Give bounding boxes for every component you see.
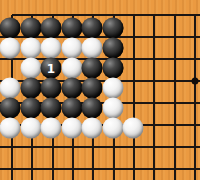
move-number-label: 1: [47, 62, 55, 74]
grid-col-line: [153, 15, 155, 180]
black-stone[interactable]: [82, 98, 103, 119]
white-stone[interactable]: [41, 118, 62, 139]
grid-col-line: [194, 15, 196, 180]
black-stone[interactable]: [82, 58, 103, 79]
black-stone[interactable]: [62, 98, 83, 119]
black-stone[interactable]: [82, 18, 103, 39]
black-stone-move-1[interactable]: 1: [41, 58, 62, 79]
star-point-hoshi: [192, 78, 199, 85]
white-stone[interactable]: [103, 98, 124, 119]
white-stone[interactable]: [62, 118, 83, 139]
black-stone[interactable]: [0, 18, 21, 39]
black-stone[interactable]: [82, 78, 103, 99]
grid-row-line: [0, 146, 200, 148]
white-stone[interactable]: [0, 38, 21, 59]
black-stone[interactable]: [103, 58, 124, 79]
black-stone[interactable]: [21, 18, 42, 39]
grid-col-line: [133, 15, 135, 180]
white-stone[interactable]: [103, 118, 124, 139]
white-stone[interactable]: [82, 38, 103, 59]
go-app-screenshot: 1: [0, 0, 200, 180]
white-stone[interactable]: [123, 118, 144, 139]
white-stone[interactable]: [21, 38, 42, 59]
black-stone[interactable]: [0, 98, 21, 119]
black-stone[interactable]: [21, 78, 42, 99]
white-stone[interactable]: [82, 118, 103, 139]
grid-row-line: [0, 168, 200, 170]
white-stone[interactable]: [41, 38, 62, 59]
black-stone[interactable]: [41, 98, 62, 119]
black-stone[interactable]: [103, 38, 124, 59]
black-stone[interactable]: [103, 18, 124, 39]
white-stone[interactable]: [103, 78, 124, 99]
white-stone[interactable]: [0, 118, 21, 139]
go-board[interactable]: 1: [0, 0, 200, 180]
grid-col-line: [174, 15, 176, 180]
white-stone[interactable]: [0, 78, 21, 99]
black-stone[interactable]: [21, 98, 42, 119]
white-stone[interactable]: [21, 118, 42, 139]
black-stone[interactable]: [41, 18, 62, 39]
black-stone[interactable]: [62, 18, 83, 39]
white-stone[interactable]: [21, 58, 42, 79]
black-stone[interactable]: [62, 78, 83, 99]
black-stone[interactable]: [41, 78, 62, 99]
white-stone[interactable]: [62, 38, 83, 59]
white-stone[interactable]: [62, 58, 83, 79]
board-top-edge-line: [12, 14, 200, 16]
